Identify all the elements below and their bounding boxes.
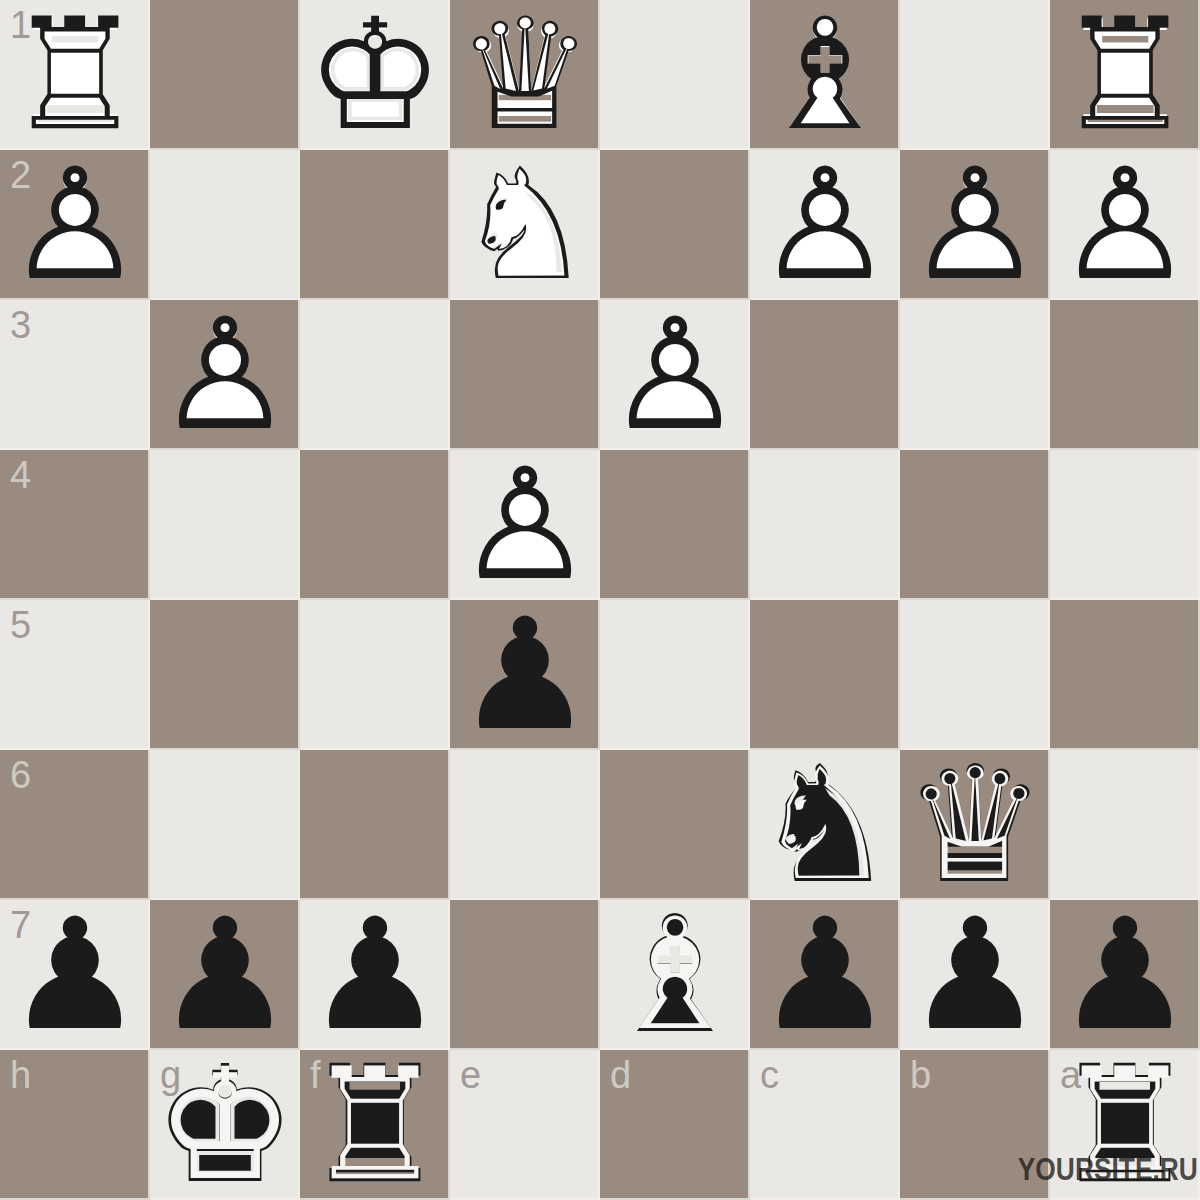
square-a5[interactable]	[1050, 600, 1200, 750]
white-bishop-glyph: ♗	[750, 0, 900, 150]
black-pawn[interactable]: ♟	[150, 900, 300, 1050]
square-f2[interactable]	[300, 150, 450, 300]
square-c4[interactable]	[750, 450, 900, 600]
black-pawn[interactable]: ♟	[450, 600, 600, 750]
black-pawn-glyph: ♟	[450, 600, 600, 750]
square-h2[interactable]: 2♟♙	[0, 150, 150, 300]
white-queen-glyph: ♕	[450, 0, 600, 150]
square-h7[interactable]: 7♟	[0, 900, 150, 1050]
file-label-d: d	[610, 1056, 631, 1094]
square-g1[interactable]	[150, 0, 300, 150]
square-a1[interactable]: ♜♖	[1050, 0, 1200, 150]
square-g7[interactable]: ♟	[150, 900, 300, 1050]
square-a6[interactable]	[1050, 750, 1200, 900]
square-c5[interactable]	[750, 600, 900, 750]
square-h1[interactable]: 1♜♖	[0, 0, 150, 150]
square-e3[interactable]	[450, 300, 600, 450]
square-d5[interactable]	[600, 600, 750, 750]
black-knight-glyph: ♘	[750, 750, 900, 900]
square-f5[interactable]	[300, 600, 450, 750]
square-g4[interactable]	[150, 450, 300, 600]
square-f1[interactable]: ♚♔	[300, 0, 450, 150]
black-queen-glyph: ♕	[900, 750, 1050, 900]
chess-board: 1♜♖♚♔♛♕♝♗♜♖2♟♙♞♘♟♙♟♙♟♙3♟♙♟♙4♟♙5♟6♞♘♛♕7♟♟…	[0, 0, 1200, 1200]
square-d3[interactable]: ♟♙	[600, 300, 750, 450]
square-b2[interactable]: ♟♙	[900, 150, 1050, 300]
square-d7[interactable]: ♝♗	[600, 900, 750, 1050]
black-bishop-glyph: ♗	[600, 900, 750, 1050]
black-pawn[interactable]: ♟	[900, 900, 1050, 1050]
square-h8[interactable]: h	[0, 1050, 150, 1200]
square-d2[interactable]	[600, 150, 750, 300]
square-a7[interactable]: ♟	[1050, 900, 1200, 1050]
rank-label-3: 3	[10, 306, 31, 344]
file-label-b: b	[910, 1056, 931, 1094]
rank-label-7: 7	[10, 906, 31, 944]
white-pawn-glyph: ♙	[1050, 150, 1200, 300]
square-b5[interactable]	[900, 600, 1050, 750]
white-pawn-glyph: ♙	[900, 150, 1050, 300]
square-a3[interactable]	[1050, 300, 1200, 450]
rank-label-6: 6	[10, 756, 31, 794]
square-c2[interactable]: ♟♙	[750, 150, 900, 300]
white-pawn-glyph: ♙	[450, 450, 600, 600]
white-knight[interactable]: ♞♘	[450, 150, 600, 300]
file-label-g: g	[160, 1056, 181, 1094]
square-f3[interactable]	[300, 300, 450, 450]
square-e8[interactable]: e	[450, 1050, 600, 1200]
square-h5[interactable]: 5	[0, 600, 150, 750]
black-pawn-glyph: ♟	[1050, 900, 1200, 1050]
square-d8[interactable]: d	[600, 1050, 750, 1200]
black-rook-glyph: ♖	[300, 1050, 450, 1200]
square-b4[interactable]	[900, 450, 1050, 600]
square-g6[interactable]	[150, 750, 300, 900]
file-label-c: c	[760, 1056, 779, 1094]
white-pawn[interactable]: ♟♙	[1050, 150, 1200, 300]
white-pawn[interactable]: ♟♙	[450, 450, 600, 600]
square-g5[interactable]	[150, 600, 300, 750]
square-e4[interactable]: ♟♙	[450, 450, 600, 600]
white-pawn[interactable]: ♟♙	[900, 150, 1050, 300]
white-bishop[interactable]: ♝♗	[750, 0, 900, 150]
rank-label-2: 2	[10, 156, 31, 194]
white-king-glyph: ♔	[300, 0, 450, 150]
black-pawn[interactable]: ♟	[750, 900, 900, 1050]
black-pawn-glyph: ♟	[750, 900, 900, 1050]
white-pawn[interactable]: ♟♙	[750, 150, 900, 300]
square-h3[interactable]: 3	[0, 300, 150, 450]
square-g3[interactable]: ♟♙	[150, 300, 300, 450]
rank-label-5: 5	[10, 606, 31, 644]
white-rook[interactable]: ♜♖	[1050, 0, 1200, 150]
square-b1[interactable]	[900, 0, 1050, 150]
square-h4[interactable]: 4	[0, 450, 150, 600]
square-d6[interactable]	[600, 750, 750, 900]
watermark: YOURSITE.RU	[1018, 1152, 1198, 1188]
square-a2[interactable]: ♟♙	[1050, 150, 1200, 300]
square-f4[interactable]	[300, 450, 450, 600]
square-b6[interactable]: ♛♕	[900, 750, 1050, 900]
square-d4[interactable]	[600, 450, 750, 600]
square-g8[interactable]: g♚♔	[150, 1050, 300, 1200]
square-h6[interactable]: 6	[0, 750, 150, 900]
file-label-e: e	[460, 1056, 481, 1094]
square-e7[interactable]	[450, 900, 600, 1050]
square-c3[interactable]	[750, 300, 900, 450]
black-pawn-glyph: ♟	[150, 900, 300, 1050]
file-label-f: f	[310, 1056, 321, 1094]
white-pawn-glyph: ♙	[150, 300, 300, 450]
white-knight-glyph: ♘	[450, 150, 600, 300]
black-rook[interactable]: ♜♖	[300, 1050, 450, 1200]
black-queen[interactable]: ♛♕	[900, 750, 1050, 900]
file-label-a: a	[1060, 1056, 1081, 1094]
black-bishop[interactable]: ♝♗	[600, 900, 750, 1050]
white-queen[interactable]: ♛♕	[450, 0, 600, 150]
square-f7[interactable]: ♟	[300, 900, 450, 1050]
square-e2[interactable]: ♞♘	[450, 150, 600, 300]
square-g2[interactable]	[150, 150, 300, 300]
square-c1[interactable]: ♝♗	[750, 0, 900, 150]
square-e1[interactable]: ♛♕	[450, 0, 600, 150]
rank-label-4: 4	[10, 456, 31, 494]
black-pawn-glyph: ♟	[900, 900, 1050, 1050]
square-b7[interactable]: ♟	[900, 900, 1050, 1050]
black-pawn[interactable]: ♟	[300, 900, 450, 1050]
white-pawn-glyph: ♙	[750, 150, 900, 300]
black-pawn[interactable]: ♟	[1050, 900, 1200, 1050]
square-e5[interactable]: ♟	[450, 600, 600, 750]
black-pawn-glyph: ♟	[300, 900, 450, 1050]
square-c6[interactable]: ♞♘	[750, 750, 900, 900]
white-pawn[interactable]: ♟♙	[600, 300, 750, 450]
white-rook-glyph: ♖	[1050, 0, 1200, 150]
white-king[interactable]: ♚♔	[300, 0, 450, 150]
rank-label-1: 1	[10, 6, 31, 44]
white-pawn[interactable]: ♟♙	[150, 300, 300, 450]
square-f6[interactable]	[300, 750, 450, 900]
square-e6[interactable]	[450, 750, 600, 900]
square-c8[interactable]: c	[750, 1050, 900, 1200]
square-c7[interactable]: ♟	[750, 900, 900, 1050]
square-b3[interactable]	[900, 300, 1050, 450]
file-label-h: h	[10, 1056, 31, 1094]
square-d1[interactable]	[600, 0, 750, 150]
black-knight[interactable]: ♞♘	[750, 750, 900, 900]
square-f8[interactable]: f♜♖	[300, 1050, 450, 1200]
square-a4[interactable]	[1050, 450, 1200, 600]
white-pawn-glyph: ♙	[600, 300, 750, 450]
